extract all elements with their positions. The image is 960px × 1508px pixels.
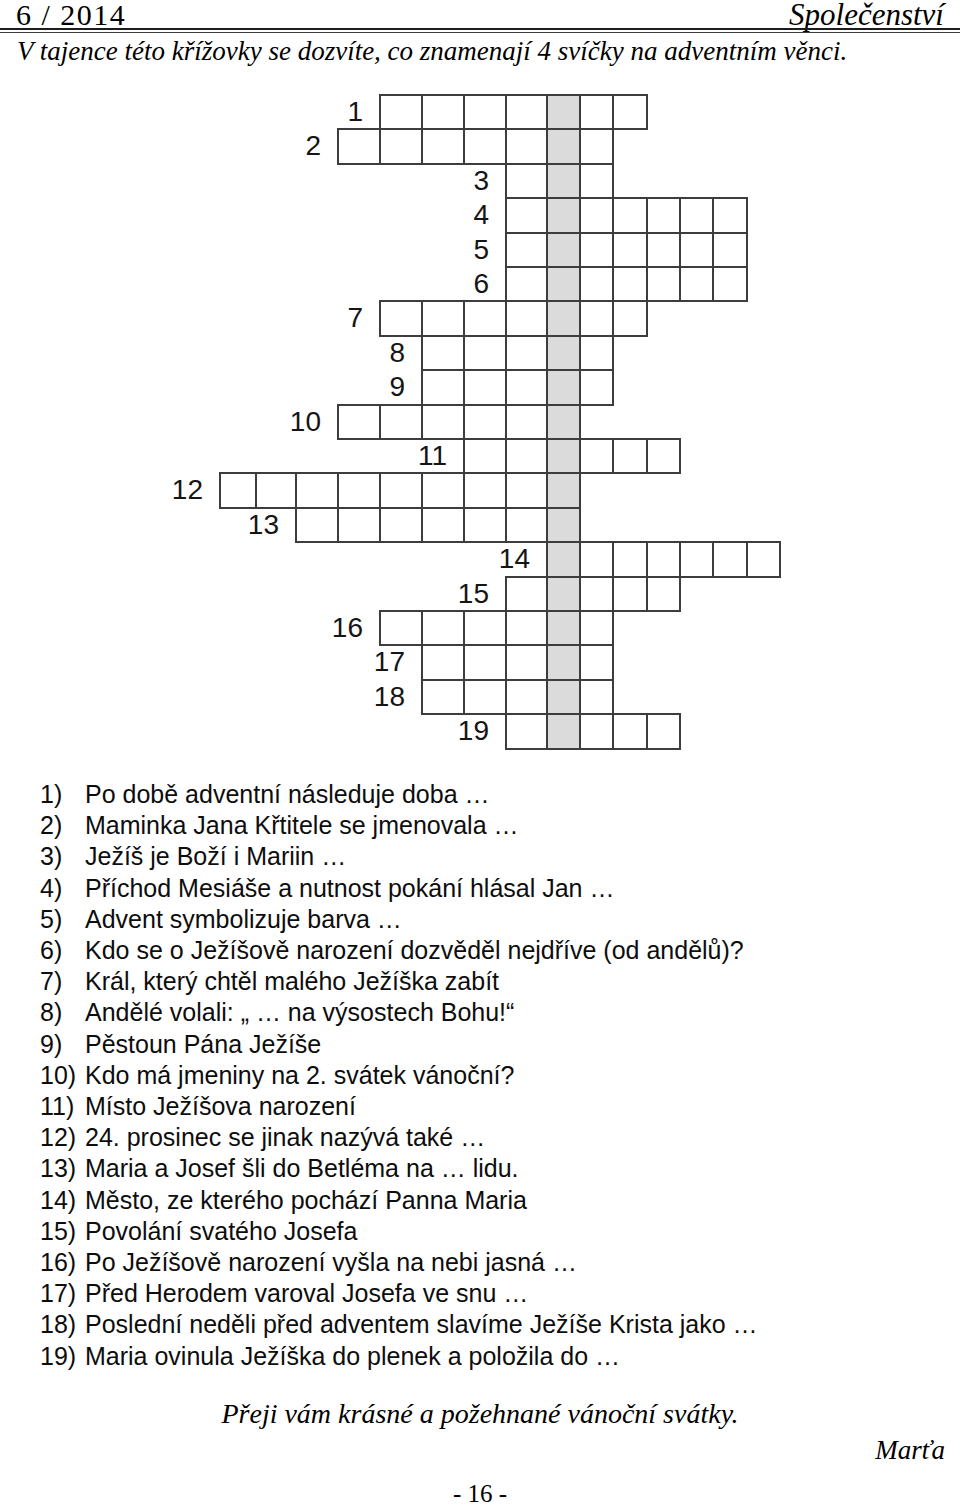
header-rule: [0, 28, 960, 33]
grid-cell: [337, 404, 381, 440]
grid-cell: [505, 610, 548, 646]
grid-cell-shaded: [546, 644, 581, 680]
grid-cell-shaded: [546, 404, 581, 440]
grid-cell: [421, 610, 465, 646]
grid-cell: [612, 300, 648, 336]
grid-cell: [579, 576, 614, 612]
grid-cell: [646, 197, 681, 233]
grid-cell: [463, 472, 507, 508]
grid-cell: [646, 576, 681, 612]
grid-cell: [379, 94, 423, 130]
grid-cell: [612, 232, 648, 268]
grid-cell: [421, 644, 465, 680]
grid-cell: [505, 94, 548, 130]
clue-item: 8)Andělé volali: „ … na výsostech Bohu!“: [40, 997, 942, 1028]
grid-cell: [579, 679, 614, 715]
grid-cell: [463, 610, 507, 646]
grid-cell-shaded: [546, 610, 581, 646]
clues-list: 1)Po době adventní následuje doba …2)Mam…: [40, 779, 942, 1372]
clue-text: Andělé volali: „ … na výsostech Bohu!“: [85, 997, 942, 1028]
grid-cell: [505, 266, 548, 302]
grid-cell: [579, 266, 614, 302]
row-number-label: 1: [316, 95, 372, 129]
grid-cell: [712, 197, 748, 233]
row-number-label: 16: [316, 611, 372, 645]
grid-cell: [612, 576, 648, 612]
grid-cell: [505, 300, 548, 336]
row-number-label: 2: [274, 129, 330, 163]
grid-cell: [712, 541, 748, 577]
clue-text: Po době adventní následuje doba …: [85, 779, 942, 810]
grid-cell-shaded: [546, 713, 581, 749]
grid-cell: [379, 472, 423, 508]
row-number-label: 4: [442, 198, 498, 232]
grid-cell: [579, 128, 614, 164]
grid-cell: [421, 128, 465, 164]
clue-number: 11): [40, 1091, 85, 1122]
grid-cell: [421, 679, 465, 715]
clue-number: 6): [40, 935, 85, 966]
clue-number: 17): [40, 1278, 85, 1309]
row-number-label: 15: [442, 577, 498, 611]
grid-cell: [646, 438, 681, 474]
clue-text: Poslední neděli před adventem slavíme Je…: [85, 1309, 942, 1340]
row-number-label: 7: [316, 301, 372, 335]
clue-text: Maria ovinula Ježíška do plenek a položi…: [85, 1341, 942, 1372]
grid-cell: [463, 335, 507, 371]
grid-cell: [505, 163, 548, 199]
grid-cell: [421, 369, 465, 405]
closing-wish: Přeji vám krásné a požehnané vánoční svá…: [0, 1398, 960, 1430]
grid-cell: [379, 300, 423, 336]
clue-number: 12): [40, 1122, 85, 1153]
clue-text: Ježíš je Boží i Mariin …: [85, 841, 942, 872]
grid-cell: [463, 404, 507, 440]
grid-cell: [579, 713, 614, 749]
grid-cell: [612, 713, 648, 749]
grid-cell: [579, 369, 614, 405]
grid-cell: [379, 610, 423, 646]
grid-cell: [679, 232, 714, 268]
clue-number: 1): [40, 779, 85, 810]
grid-cell-shaded: [546, 576, 581, 612]
clue-item: 17)Před Herodem varoval Josefa ve snu …: [40, 1278, 942, 1309]
grid-cell: [579, 438, 614, 474]
grid-cell: [505, 576, 548, 612]
row-number-label: 11: [400, 439, 456, 473]
row-number-label: 14: [483, 542, 539, 576]
clue-number: 9): [40, 1029, 85, 1060]
crossword-grid: 12345678910111213141516171819: [0, 95, 960, 749]
clue-item: 2)Maminka Jana Křtitele se jmenovala …: [40, 810, 942, 841]
clue-item: 5)Advent symbolizuje barva …: [40, 904, 942, 935]
grid-cell: [505, 472, 548, 508]
clue-item: 9)Pěstoun Pána Ježíše: [40, 1029, 942, 1060]
grid-cell-shaded: [546, 369, 581, 405]
page: 6 / 2014 Společenství V tajence této kří…: [0, 0, 960, 1508]
grid-cell: [579, 644, 614, 680]
grid-cell-shaded: [546, 541, 581, 577]
grid-cell: [612, 266, 648, 302]
clue-text: Povolání svatého Josefa: [85, 1216, 942, 1247]
page-number: - 16 -: [0, 1480, 960, 1508]
grid-cell: [505, 438, 548, 474]
grid-cell: [463, 507, 507, 543]
clue-number: 5): [40, 904, 85, 935]
page-header: 6 / 2014 Společenství: [16, 0, 944, 30]
grid-cell: [421, 335, 465, 371]
clue-item: 18)Poslední neděli před adventem slavíme…: [40, 1309, 942, 1340]
grid-cell: [579, 163, 614, 199]
grid-cell: [505, 128, 548, 164]
grid-cell-shaded: [546, 300, 581, 336]
clue-number: 14): [40, 1185, 85, 1216]
grid-cell-shaded: [546, 507, 581, 543]
grid-cell: [421, 300, 465, 336]
grid-cell: [421, 472, 465, 508]
clue-number: 18): [40, 1309, 85, 1340]
clue-number: 7): [40, 966, 85, 997]
row-number-label: 8: [358, 336, 414, 370]
grid-cell: [219, 472, 257, 508]
clue-number: 8): [40, 997, 85, 1028]
grid-cell: [463, 644, 507, 680]
clue-item: 19)Maria ovinula Ježíška do plenek a pol…: [40, 1341, 942, 1372]
clue-text: Příchod Mesiáše a nutnost pokání hlásal …: [85, 873, 942, 904]
clue-item: 4)Příchod Mesiáše a nutnost pokání hlása…: [40, 873, 942, 904]
clue-text: Po Ježíšově narození vyšla na nebi jasná…: [85, 1247, 942, 1278]
grid-cell: [646, 541, 681, 577]
grid-cell-shaded: [546, 128, 581, 164]
clue-text: Pěstoun Pána Ježíše: [85, 1029, 942, 1060]
row-number-label: 6: [442, 267, 498, 301]
grid-cell: [463, 679, 507, 715]
grid-cell: [679, 266, 714, 302]
clue-text: Před Herodem varoval Josefa ve snu …: [85, 1278, 942, 1309]
grid-cell: [421, 94, 465, 130]
grid-cell: [746, 541, 781, 577]
grid-cell: [712, 232, 748, 268]
grid-cell: [646, 713, 681, 749]
row-number-label: 17: [358, 645, 414, 679]
grid-cell: [579, 335, 614, 371]
grid-cell: [579, 197, 614, 233]
clue-text: Král, který chtěl malého Ježíška zabít: [85, 966, 942, 997]
clue-text: Kdo má jmeniny na 2. svátek vánoční?: [85, 1060, 942, 1091]
clue-item: 7)Král, který chtěl malého Ježíška zabít: [40, 966, 942, 997]
grid-cell: [505, 232, 548, 268]
grid-cell: [505, 335, 548, 371]
clue-number: 13): [40, 1153, 85, 1184]
grid-cell-shaded: [546, 94, 581, 130]
grid-cell: [379, 128, 423, 164]
clue-number: 4): [40, 873, 85, 904]
grid-cell-shaded: [546, 232, 581, 268]
grid-cell: [337, 472, 381, 508]
clue-number: 16): [40, 1247, 85, 1278]
grid-cell: [579, 610, 614, 646]
grid-cell-shaded: [546, 163, 581, 199]
row-number-label: 13: [232, 508, 288, 542]
clue-number: 10): [40, 1060, 85, 1091]
clue-item: 15)Povolání svatého Josefa: [40, 1216, 942, 1247]
page-title: Společenství: [789, 0, 944, 30]
grid-cell: [579, 541, 614, 577]
row-number-label: 12: [156, 473, 212, 507]
grid-cell: [505, 679, 548, 715]
clue-text: Maria a Josef šli do Betléma na … lidu.: [85, 1153, 942, 1184]
clue-text: Kdo se o Ježíšově narození dozvěděl nejd…: [85, 935, 942, 966]
clue-item: 1)Po době adventní následuje doba …: [40, 779, 942, 810]
grid-cell: [579, 232, 614, 268]
clue-text: Advent symbolizuje barva …: [85, 904, 942, 935]
grid-cell: [463, 438, 507, 474]
grid-cell: [379, 507, 423, 543]
grid-cell: [612, 438, 648, 474]
grid-cell-shaded: [546, 197, 581, 233]
clue-item: 14)Město, ze kterého pochází Panna Maria: [40, 1185, 942, 1216]
row-number-label: 19: [442, 714, 498, 748]
row-number-label: 9: [358, 370, 414, 404]
row-number-label: 3: [442, 164, 498, 198]
grid-cell: [463, 128, 507, 164]
grid-cell: [505, 197, 548, 233]
grid-cell: [463, 300, 507, 336]
issue-number: 6 / 2014: [16, 0, 126, 30]
clue-item: 11)Místo Ježíšova narození: [40, 1091, 942, 1122]
grid-cell: [679, 541, 714, 577]
clue-number: 15): [40, 1216, 85, 1247]
grid-cell: [579, 94, 614, 130]
clue-text: Město, ze kterého pochází Panna Maria: [85, 1185, 942, 1216]
grid-cell: [505, 644, 548, 680]
clue-item: 6)Kdo se o Ježíšově narození dozvěděl ne…: [40, 935, 942, 966]
clue-number: 19): [40, 1341, 85, 1372]
grid-cell-shaded: [546, 335, 581, 371]
grid-cell: [463, 369, 507, 405]
grid-cell: [379, 404, 423, 440]
grid-cell: [337, 507, 381, 543]
grid-cell: [612, 94, 648, 130]
grid-cell: [421, 404, 465, 440]
grid-cell-shaded: [546, 266, 581, 302]
grid-cell: [295, 472, 339, 508]
clue-number: 3): [40, 841, 85, 872]
grid-cell: [646, 232, 681, 268]
grid-cell: [612, 197, 648, 233]
grid-cell: [505, 369, 548, 405]
grid-cell-shaded: [546, 472, 581, 508]
grid-cell-shaded: [546, 679, 581, 715]
clue-text: 24. prosinec se jinak nazývá také …: [85, 1122, 942, 1153]
clue-text: Místo Ježíšova narození: [85, 1091, 942, 1122]
clue-number: 2): [40, 810, 85, 841]
intro-text: V tajence této křížovky se dozvíte, co z…: [17, 36, 947, 67]
clue-text: Maminka Jana Křtitele se jmenovala …: [85, 810, 942, 841]
grid-cell: [421, 507, 465, 543]
grid-cell: [255, 472, 297, 508]
grid-cell: [612, 541, 648, 577]
grid-cell: [337, 128, 381, 164]
clue-item: 10)Kdo má jmeniny na 2. svátek vánoční?: [40, 1060, 942, 1091]
clue-item: 12)24. prosinec se jinak nazývá také …: [40, 1122, 942, 1153]
grid-cell: [712, 266, 748, 302]
grid-cell: [579, 300, 614, 336]
grid-cell: [505, 404, 548, 440]
grid-cell-shaded: [546, 438, 581, 474]
grid-cell: [505, 507, 548, 543]
grid-cell: [646, 266, 681, 302]
row-number-label: 5: [442, 233, 498, 267]
grid-cell: [463, 94, 507, 130]
row-number-label: 18: [358, 680, 414, 714]
grid-cell: [505, 713, 548, 749]
signature: Marťa: [875, 1435, 945, 1466]
clue-item: 16)Po Ježíšově narození vyšla na nebi ja…: [40, 1247, 942, 1278]
row-number-label: 10: [274, 405, 330, 439]
grid-cell: [295, 507, 339, 543]
clue-item: 3)Ježíš je Boží i Mariin …: [40, 841, 942, 872]
grid-cell: [679, 197, 714, 233]
clue-item: 13)Maria a Josef šli do Betléma na … lid…: [40, 1153, 942, 1184]
